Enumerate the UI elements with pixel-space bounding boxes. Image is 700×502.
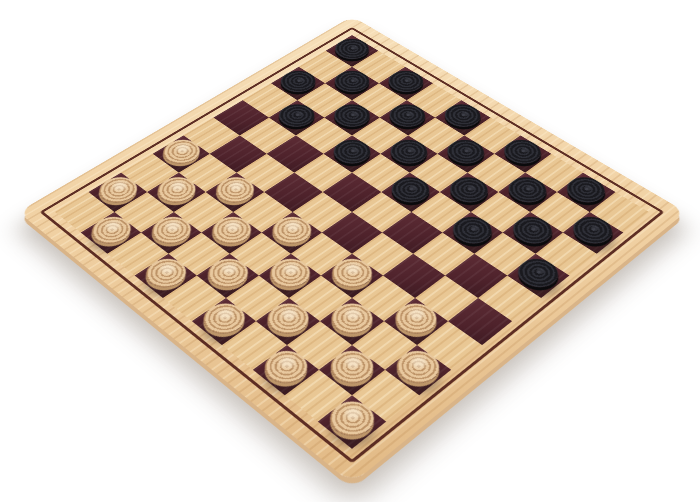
product-photo bbox=[0, 0, 700, 502]
board-grid bbox=[55, 35, 649, 449]
draughts-board bbox=[18, 16, 686, 484]
